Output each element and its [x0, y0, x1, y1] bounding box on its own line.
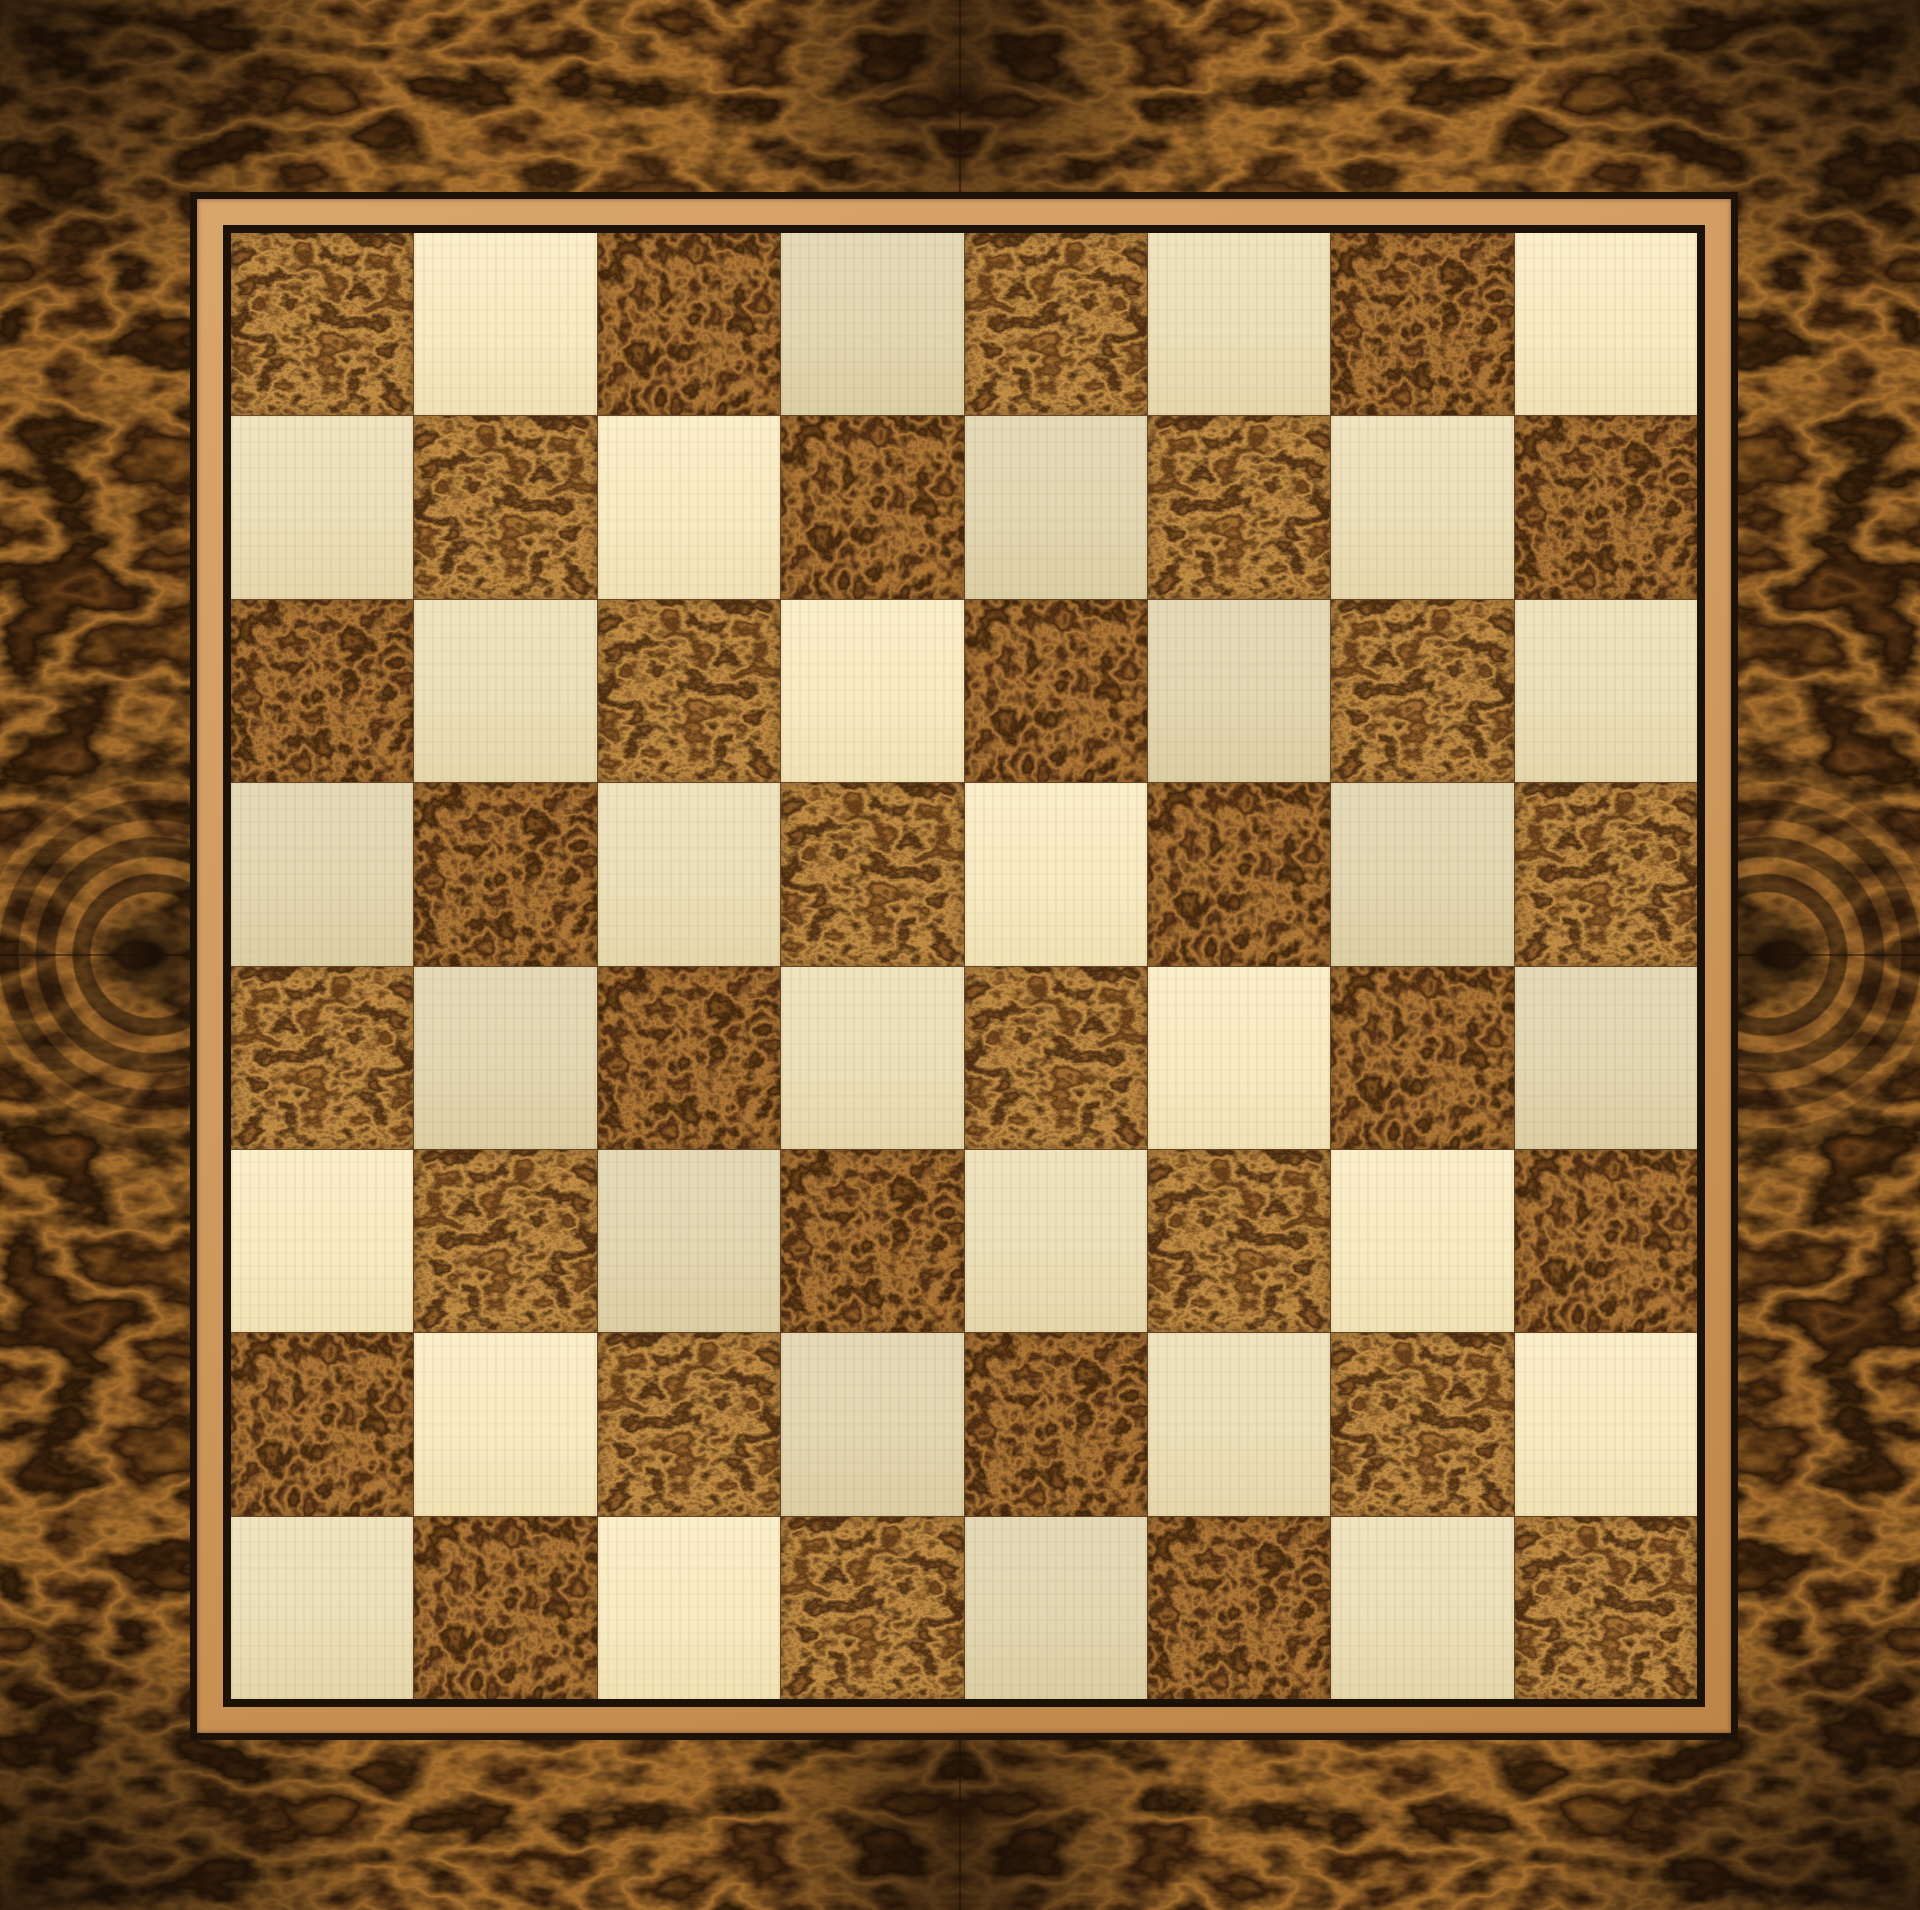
square-e2[interactable] [965, 1333, 1147, 1515]
burl-wood-texture [1148, 783, 1330, 965]
square-d8[interactable] [781, 233, 963, 415]
square-b4[interactable] [414, 967, 596, 1149]
square-e6[interactable] [965, 600, 1147, 782]
square-e7[interactable] [965, 416, 1147, 598]
square-d2[interactable] [781, 1333, 963, 1515]
square-g1[interactable] [1331, 1517, 1513, 1699]
square-h7[interactable] [1515, 416, 1697, 598]
square-a8[interactable] [231, 233, 413, 415]
square-g4[interactable] [1331, 967, 1513, 1149]
square-a5[interactable] [231, 783, 413, 965]
burl-wood-texture [414, 1517, 596, 1699]
square-c7[interactable] [598, 416, 780, 598]
burl-wood-texture [231, 1333, 413, 1515]
board-frame-outer-ebony-line [190, 192, 1738, 1740]
square-h4[interactable] [1515, 967, 1697, 1149]
burl-wood-texture [414, 1150, 596, 1332]
burl-wood-texture [1331, 233, 1513, 415]
burl-wood-texture [781, 1517, 963, 1699]
burl-wood-texture [965, 233, 1147, 415]
square-f7[interactable] [1148, 416, 1330, 598]
square-h2[interactable] [1515, 1333, 1697, 1515]
square-h3[interactable] [1515, 1150, 1697, 1332]
square-a6[interactable] [231, 600, 413, 782]
burl-wood-texture [1148, 416, 1330, 598]
square-d7[interactable] [781, 416, 963, 598]
square-e4[interactable] [965, 967, 1147, 1149]
burl-wood-texture [598, 233, 780, 415]
square-g8[interactable] [1331, 233, 1513, 415]
square-g6[interactable] [1331, 600, 1513, 782]
burl-wood-texture [598, 600, 780, 782]
burl-wood-texture [598, 967, 780, 1149]
burl-wood-texture [1148, 1517, 1330, 1699]
square-f1[interactable] [1148, 1517, 1330, 1699]
burl-wood-texture [781, 1150, 963, 1332]
square-g2[interactable] [1331, 1333, 1513, 1515]
board-frame-inner-ebony-line [223, 225, 1705, 1707]
square-c6[interactable] [598, 600, 780, 782]
burl-wood-texture [231, 233, 413, 415]
burl-wood-texture [1515, 1150, 1697, 1332]
square-e3[interactable] [965, 1150, 1147, 1332]
square-e5[interactable] [965, 783, 1147, 965]
burl-wood-texture [1148, 1150, 1330, 1332]
square-b5[interactable] [414, 783, 596, 965]
burl-wood-texture [598, 1333, 780, 1515]
square-a2[interactable] [231, 1333, 413, 1515]
burl-wood-texture [231, 600, 413, 782]
burl-wood-texture [1515, 416, 1697, 598]
square-c1[interactable] [598, 1517, 780, 1699]
square-g7[interactable] [1331, 416, 1513, 598]
burl-wood-texture [1331, 967, 1513, 1149]
square-f3[interactable] [1148, 1150, 1330, 1332]
square-g3[interactable] [1331, 1150, 1513, 1332]
burl-wood-texture [781, 783, 963, 965]
square-b2[interactable] [414, 1333, 596, 1515]
burl-wood-texture [231, 967, 413, 1149]
square-f5[interactable] [1148, 783, 1330, 965]
square-c3[interactable] [598, 1150, 780, 1332]
square-c5[interactable] [598, 783, 780, 965]
square-f4[interactable] [1148, 967, 1330, 1149]
square-b6[interactable] [414, 600, 596, 782]
square-a4[interactable] [231, 967, 413, 1149]
square-b8[interactable] [414, 233, 596, 415]
square-e1[interactable] [965, 1517, 1147, 1699]
burl-wood-texture [414, 783, 596, 965]
square-f2[interactable] [1148, 1333, 1330, 1515]
square-d1[interactable] [781, 1517, 963, 1699]
square-c4[interactable] [598, 967, 780, 1149]
square-d3[interactable] [781, 1150, 963, 1332]
square-a3[interactable] [231, 1150, 413, 1332]
burl-wood-texture [414, 416, 596, 598]
square-h6[interactable] [1515, 600, 1697, 782]
square-d5[interactable] [781, 783, 963, 965]
burl-wood-texture [965, 1333, 1147, 1515]
square-a7[interactable] [231, 416, 413, 598]
square-c8[interactable] [598, 233, 780, 415]
square-b7[interactable] [414, 416, 596, 598]
square-h8[interactable] [1515, 233, 1697, 415]
burl-wood-texture [1515, 1517, 1697, 1699]
square-f6[interactable] [1148, 600, 1330, 782]
chessboard [0, 0, 1920, 1910]
square-h5[interactable] [1515, 783, 1697, 965]
burl-wood-texture [1331, 1333, 1513, 1515]
burl-wood-texture [965, 967, 1147, 1149]
square-d4[interactable] [781, 967, 963, 1149]
square-g5[interactable] [1331, 783, 1513, 965]
board-frame-pearwood-band [197, 199, 1731, 1733]
square-f8[interactable] [1148, 233, 1330, 415]
square-a1[interactable] [231, 1517, 413, 1699]
burl-wood-texture [781, 416, 963, 598]
square-h1[interactable] [1515, 1517, 1697, 1699]
burl-wood-texture [965, 600, 1147, 782]
board-grid [231, 233, 1697, 1699]
square-c2[interactable] [598, 1333, 780, 1515]
square-b1[interactable] [414, 1517, 596, 1699]
square-e8[interactable] [965, 233, 1147, 415]
square-b3[interactable] [414, 1150, 596, 1332]
burl-wood-texture [1331, 600, 1513, 782]
burl-wood-texture [1515, 783, 1697, 965]
square-d6[interactable] [781, 600, 963, 782]
